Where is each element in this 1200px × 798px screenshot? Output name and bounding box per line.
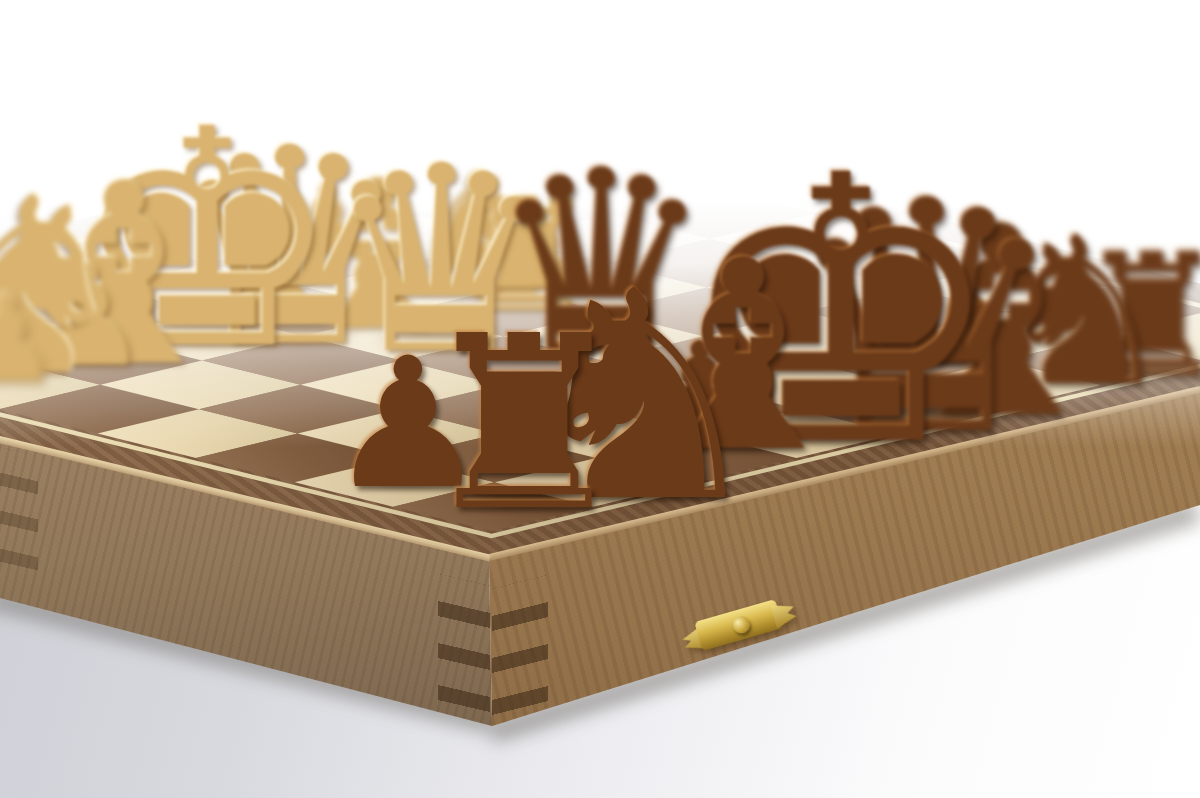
dovetail-joint	[438, 574, 490, 728]
dovetail-joint	[492, 575, 548, 731]
dovetail-joint	[0, 448, 38, 582]
chess-set-photo: ♟♞♟♟♟♜♝♛♚♛♛♟♝♟♟♞♜♟♞♝♟♛♚♝♟♞♜	[0, 0, 1200, 798]
